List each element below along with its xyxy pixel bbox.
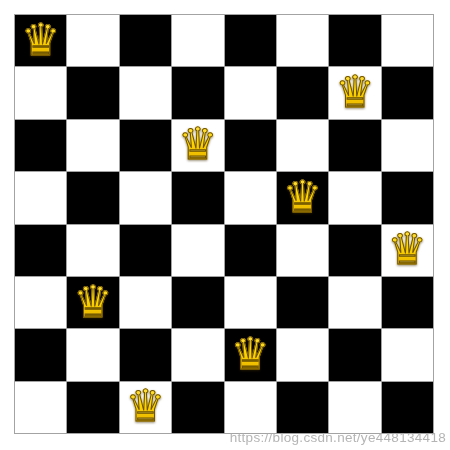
board-square-g8[interactable] [329,15,380,66]
board-square-b4[interactable] [67,225,118,276]
board-square-g5[interactable] [329,172,380,223]
board-square-d7[interactable] [172,67,223,118]
board-square-e7[interactable] [225,67,276,118]
board-square-b1[interactable] [67,382,118,433]
board-square-d1[interactable] [172,382,223,433]
gold-queen-h4[interactable]: ♛ [388,227,427,271]
board-square-g6[interactable] [329,120,380,171]
board-square-e8[interactable] [225,15,276,66]
board-square-g3[interactable] [329,277,380,328]
board-square-h8[interactable] [382,15,433,66]
board-square-h2[interactable] [382,329,433,380]
board-square-c4[interactable] [120,225,171,276]
board-square-b3[interactable]: ♛ [67,277,118,328]
board-square-c7[interactable] [120,67,171,118]
board-square-f4[interactable] [277,225,328,276]
board-square-c8[interactable] [120,15,171,66]
board-square-b7[interactable] [67,67,118,118]
board-square-b2[interactable] [67,329,118,380]
board-square-b6[interactable] [67,120,118,171]
board-square-a4[interactable] [15,225,66,276]
board-square-h7[interactable] [382,67,433,118]
board-square-d3[interactable] [172,277,223,328]
gold-queen-g7[interactable]: ♛ [335,70,374,114]
board-square-f1[interactable] [277,382,328,433]
board-square-c2[interactable] [120,329,171,380]
board-square-e6[interactable] [225,120,276,171]
board-square-a3[interactable] [15,277,66,328]
board-square-c1[interactable]: ♛ [120,382,171,433]
board-square-h6[interactable] [382,120,433,171]
gold-queen-b3[interactable]: ♛ [73,280,112,324]
board-square-f8[interactable] [277,15,328,66]
board-square-h1[interactable] [382,382,433,433]
board-square-a7[interactable] [15,67,66,118]
board-square-e1[interactable] [225,382,276,433]
gold-queen-d6[interactable]: ♛ [178,122,217,166]
board-square-g7[interactable]: ♛ [329,67,380,118]
board-square-f2[interactable] [277,329,328,380]
board-square-g1[interactable] [329,382,380,433]
gold-queen-a8[interactable]: ♛ [21,18,60,62]
board-square-d4[interactable] [172,225,223,276]
board-square-c6[interactable] [120,120,171,171]
board-square-e5[interactable] [225,172,276,223]
board-square-b8[interactable] [67,15,118,66]
board-square-a8[interactable]: ♛ [15,15,66,66]
board-square-e4[interactable] [225,225,276,276]
board-square-d8[interactable] [172,15,223,66]
board-square-g4[interactable] [329,225,380,276]
chess-board: ♛♛♛♛♛♛♛♛ [14,14,434,434]
board-square-h5[interactable] [382,172,433,223]
board-square-f7[interactable] [277,67,328,118]
board-square-f6[interactable] [277,120,328,171]
board-square-d5[interactable] [172,172,223,223]
board-square-c5[interactable] [120,172,171,223]
board-square-b5[interactable] [67,172,118,223]
board-square-e2[interactable]: ♛ [225,329,276,380]
gold-queen-e2[interactable]: ♛ [230,332,269,376]
screenshot-canvas: ♛♛♛♛♛♛♛♛ https://blog.csdn.net/ye4481344… [0,0,450,450]
board-square-d6[interactable]: ♛ [172,120,223,171]
board-square-f3[interactable] [277,277,328,328]
board-square-a2[interactable] [15,329,66,380]
gold-queen-f5[interactable]: ♛ [283,175,322,219]
board-square-f5[interactable]: ♛ [277,172,328,223]
board-square-h3[interactable] [382,277,433,328]
board-square-a6[interactable] [15,120,66,171]
board-square-a1[interactable] [15,382,66,433]
board-square-d2[interactable] [172,329,223,380]
board-square-h4[interactable]: ♛ [382,225,433,276]
gold-queen-c1[interactable]: ♛ [126,384,165,428]
board-square-c3[interactable] [120,277,171,328]
board-square-g2[interactable] [329,329,380,380]
board-square-e3[interactable] [225,277,276,328]
board-square-a5[interactable] [15,172,66,223]
